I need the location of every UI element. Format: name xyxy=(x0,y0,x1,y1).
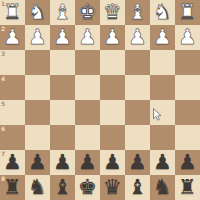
square[interactable] xyxy=(75,75,100,100)
square[interactable] xyxy=(175,100,200,125)
square[interactable] xyxy=(175,75,200,100)
rank-label: 4 xyxy=(1,75,5,82)
square[interactable]: ♞ xyxy=(150,0,175,25)
piece-bP[interactable]: ♟ xyxy=(75,150,100,175)
piece-wP[interactable]: ♟ xyxy=(50,25,75,50)
square[interactable]: ♟ xyxy=(50,25,75,50)
square[interactable]: 6 xyxy=(0,125,25,150)
square[interactable] xyxy=(125,125,150,150)
square[interactable]: ♞ xyxy=(25,175,50,200)
piece-bR[interactable]: ♜ xyxy=(0,175,25,200)
rank-label: 5 xyxy=(1,100,5,107)
square[interactable] xyxy=(150,75,175,100)
square[interactable] xyxy=(150,100,175,125)
piece-bP[interactable]: ♟ xyxy=(0,150,25,175)
square[interactable] xyxy=(175,125,200,150)
piece-wP[interactable]: ♟ xyxy=(125,25,150,50)
square[interactable]: ♟ xyxy=(100,150,125,175)
piece-wB[interactable]: ♝ xyxy=(50,0,75,25)
square[interactable]: ♛ xyxy=(100,175,125,200)
square[interactable] xyxy=(25,125,50,150)
piece-wN[interactable]: ♞ xyxy=(150,0,175,25)
piece-wP[interactable]: ♟ xyxy=(175,25,200,50)
piece-bN[interactable]: ♞ xyxy=(150,175,175,200)
square[interactable] xyxy=(175,50,200,75)
square[interactable] xyxy=(50,50,75,75)
piece-bP[interactable]: ♟ xyxy=(25,150,50,175)
square[interactable] xyxy=(150,50,175,75)
square[interactable]: ♛ xyxy=(100,0,125,25)
piece-wP[interactable]: ♟ xyxy=(150,25,175,50)
square[interactable]: ♝ xyxy=(125,175,150,200)
square[interactable] xyxy=(75,100,100,125)
square[interactable] xyxy=(50,100,75,125)
square[interactable]: 2♟ xyxy=(0,25,25,50)
piece-bK[interactable]: ♚ xyxy=(75,175,100,200)
square[interactable] xyxy=(50,125,75,150)
piece-bN[interactable]: ♞ xyxy=(25,175,50,200)
piece-bP[interactable]: ♟ xyxy=(175,150,200,175)
piece-bQ[interactable]: ♛ xyxy=(100,175,125,200)
square[interactable]: ♚ xyxy=(75,0,100,25)
piece-bP[interactable]: ♟ xyxy=(125,150,150,175)
piece-wQ[interactable]: ♛ xyxy=(100,0,125,25)
square[interactable] xyxy=(125,50,150,75)
square[interactable]: ♟ xyxy=(75,150,100,175)
piece-bR[interactable]: ♜ xyxy=(175,175,200,200)
square[interactable] xyxy=(100,75,125,100)
piece-wK[interactable]: ♚ xyxy=(75,0,100,25)
square[interactable] xyxy=(75,125,100,150)
piece-wR[interactable]: ♜ xyxy=(0,0,25,25)
chess-board[interactable]: 1♜♞♝♚♛♝♞♜2♟♟♟♟♟♟♟♟34567♟♟♟♟♟♟♟♟8♜♞♝♚♛♝♞♜ xyxy=(0,0,200,200)
piece-bP[interactable]: ♟ xyxy=(100,150,125,175)
square[interactable]: ♟ xyxy=(25,150,50,175)
square[interactable]: ♟ xyxy=(100,25,125,50)
piece-wN[interactable]: ♞ xyxy=(25,0,50,25)
square[interactable]: ♜ xyxy=(175,0,200,25)
piece-bB[interactable]: ♝ xyxy=(125,175,150,200)
square[interactable]: 4 xyxy=(0,75,25,100)
square[interactable]: ♞ xyxy=(150,175,175,200)
square[interactable]: ♟ xyxy=(25,25,50,50)
square[interactable] xyxy=(100,50,125,75)
square[interactable] xyxy=(100,125,125,150)
piece-wP[interactable]: ♟ xyxy=(100,25,125,50)
square[interactable]: 7♟ xyxy=(0,150,25,175)
square[interactable]: ♟ xyxy=(150,150,175,175)
square[interactable]: 8♜ xyxy=(0,175,25,200)
piece-bP[interactable]: ♟ xyxy=(50,150,75,175)
square[interactable]: ♞ xyxy=(25,0,50,25)
piece-bB[interactable]: ♝ xyxy=(50,175,75,200)
square[interactable]: ♟ xyxy=(125,25,150,50)
square[interactable] xyxy=(50,75,75,100)
piece-wP[interactable]: ♟ xyxy=(75,25,100,50)
square[interactable]: ♟ xyxy=(75,25,100,50)
square[interactable]: ♜ xyxy=(175,175,200,200)
piece-wP[interactable]: ♟ xyxy=(25,25,50,50)
square[interactable]: ♝ xyxy=(50,175,75,200)
piece-wP[interactable]: ♟ xyxy=(0,25,25,50)
square[interactable] xyxy=(75,50,100,75)
square[interactable]: ♝ xyxy=(50,0,75,25)
square[interactable]: 5 xyxy=(0,100,25,125)
rank-label: 3 xyxy=(1,50,5,57)
square[interactable]: ♝ xyxy=(125,0,150,25)
piece-wB[interactable]: ♝ xyxy=(125,0,150,25)
piece-wR[interactable]: ♜ xyxy=(175,0,200,25)
square[interactable]: ♟ xyxy=(175,25,200,50)
square[interactable] xyxy=(150,125,175,150)
square[interactable] xyxy=(25,75,50,100)
square[interactable] xyxy=(125,100,150,125)
square[interactable]: ♟ xyxy=(125,150,150,175)
square[interactable]: ♚ xyxy=(75,175,100,200)
square[interactable]: ♟ xyxy=(150,25,175,50)
square[interactable] xyxy=(100,100,125,125)
square[interactable]: ♟ xyxy=(50,150,75,175)
square[interactable]: 1♜ xyxy=(0,0,25,25)
square[interactable] xyxy=(25,50,50,75)
square[interactable]: 3 xyxy=(0,50,25,75)
rank-label: 6 xyxy=(1,125,5,132)
square[interactable]: ♟ xyxy=(175,150,200,175)
square[interactable] xyxy=(25,100,50,125)
square[interactable] xyxy=(125,75,150,100)
piece-bP[interactable]: ♟ xyxy=(150,150,175,175)
